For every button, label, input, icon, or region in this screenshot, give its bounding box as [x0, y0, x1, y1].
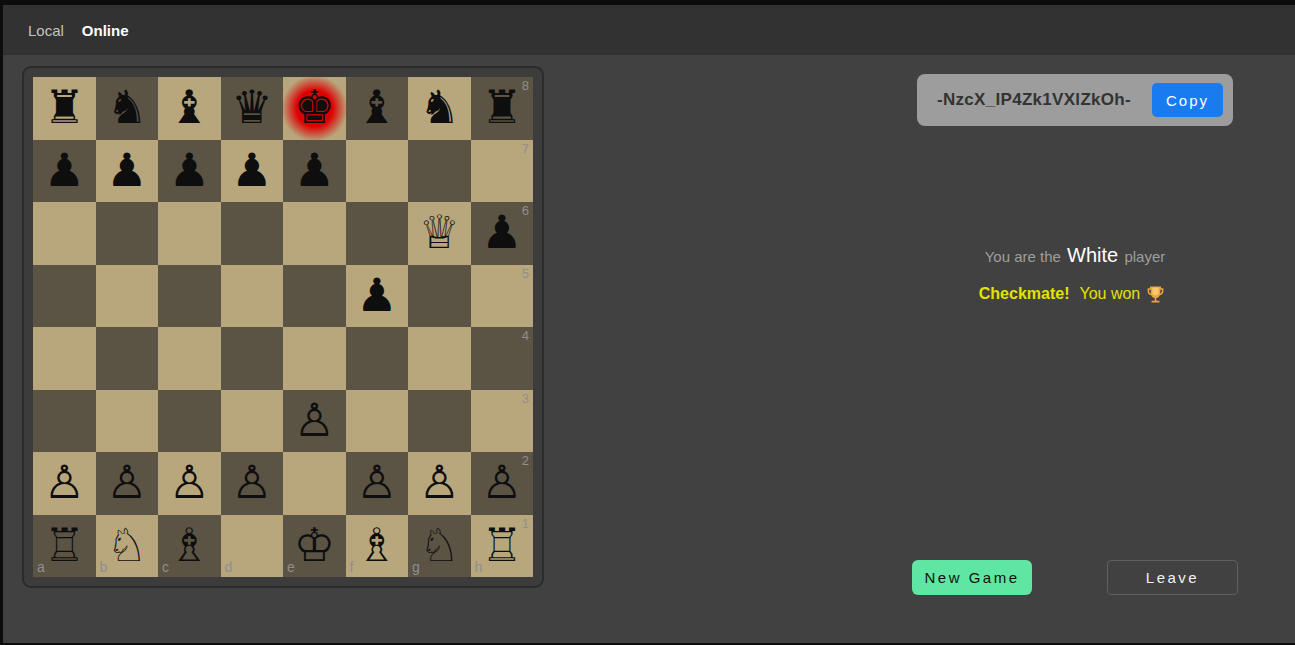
square-a4[interactable] — [33, 327, 96, 390]
white-pawn-c2[interactable]: ♙ — [169, 459, 210, 505]
black-pawn-d7[interactable]: ♟ — [231, 147, 272, 193]
player-color-name: White — [1067, 244, 1118, 266]
white-rook-a1[interactable]: ♖ — [44, 522, 85, 568]
player-line-prefix: You are the — [985, 248, 1061, 265]
square-c1[interactable]: ♗c — [158, 515, 221, 578]
white-knight-g1[interactable]: ♘ — [419, 522, 460, 568]
square-c2[interactable]: ♙ — [158, 452, 221, 515]
square-e4[interactable] — [283, 327, 346, 390]
rank-label-1: 1 — [522, 516, 529, 531]
white-pawn-a2[interactable]: ♙ — [44, 459, 85, 505]
white-pawn-b2[interactable]: ♙ — [106, 459, 147, 505]
square-c5[interactable] — [158, 265, 221, 328]
rank-label-2: 2 — [522, 453, 529, 468]
white-knight-b1[interactable]: ♘ — [106, 522, 147, 568]
white-king-e1[interactable]: ♔ — [294, 522, 335, 568]
file-label-h: h — [475, 559, 483, 575]
square-f2[interactable]: ♙ — [346, 452, 409, 515]
square-g1[interactable]: ♘g — [408, 515, 471, 578]
black-pawn-e7[interactable]: ♟ — [294, 147, 335, 193]
square-g6[interactable]: ♕ — [408, 202, 471, 265]
square-b6[interactable] — [96, 202, 159, 265]
square-c4[interactable] — [158, 327, 221, 390]
square-g4[interactable] — [408, 327, 471, 390]
square-h6[interactable]: ♟6 — [471, 202, 534, 265]
square-h3[interactable]: 3 — [471, 390, 534, 453]
status-message: You won — [1079, 285, 1140, 303]
square-e8[interactable]: ♚ — [283, 77, 346, 140]
white-pawn-h2[interactable]: ♙ — [481, 459, 522, 505]
square-e5[interactable] — [283, 265, 346, 328]
square-f5[interactable]: ♟ — [346, 265, 409, 328]
square-d6[interactable] — [221, 202, 284, 265]
square-d2[interactable]: ♙ — [221, 452, 284, 515]
square-b5[interactable] — [96, 265, 159, 328]
square-e6[interactable] — [283, 202, 346, 265]
square-a3[interactable] — [33, 390, 96, 453]
black-pawn-c7[interactable]: ♟ — [169, 147, 210, 193]
square-h5[interactable]: 5 — [471, 265, 534, 328]
square-d7[interactable]: ♟ — [221, 140, 284, 203]
square-c3[interactable] — [158, 390, 221, 453]
square-c8[interactable]: ♝ — [158, 77, 221, 140]
black-bishop-c8[interactable]: ♝ — [169, 84, 210, 130]
square-g5[interactable] — [408, 265, 471, 328]
square-e1[interactable]: ♔e — [283, 515, 346, 578]
square-b8[interactable]: ♞ — [96, 77, 159, 140]
player-line-suffix: player — [1124, 248, 1165, 265]
file-label-f: f — [350, 559, 354, 575]
black-knight-g8[interactable]: ♞ — [419, 84, 460, 130]
white-queen-g6[interactable]: ♕ — [419, 209, 460, 255]
file-label-c: c — [162, 559, 169, 575]
square-a2[interactable]: ♙ — [33, 452, 96, 515]
square-d1[interactable]: d — [221, 515, 284, 578]
black-rook-h8[interactable]: ♜ — [481, 84, 522, 130]
copy-button[interactable]: Copy — [1152, 83, 1223, 117]
file-label-d: d — [225, 559, 233, 575]
square-a5[interactable] — [33, 265, 96, 328]
square-d8[interactable]: ♛ — [221, 77, 284, 140]
tab-local[interactable]: Local — [28, 22, 64, 39]
square-c7[interactable]: ♟ — [158, 140, 221, 203]
black-knight-b8[interactable]: ♞ — [106, 84, 147, 130]
square-h7[interactable]: 7 — [471, 140, 534, 203]
black-bishop-f8[interactable]: ♝ — [356, 84, 397, 130]
square-g3[interactable] — [408, 390, 471, 453]
black-pawn-a7[interactable]: ♟ — [44, 147, 85, 193]
square-f7[interactable] — [346, 140, 409, 203]
square-f3[interactable] — [346, 390, 409, 453]
square-f4[interactable] — [346, 327, 409, 390]
square-a1[interactable]: ♖a — [33, 515, 96, 578]
rank-label-3: 3 — [522, 391, 529, 406]
square-b3[interactable] — [96, 390, 159, 453]
black-pawn-f5[interactable]: ♟ — [356, 272, 397, 318]
file-label-b: b — [100, 559, 108, 575]
square-d4[interactable] — [221, 327, 284, 390]
square-h1[interactable]: ♖1h — [471, 515, 534, 578]
square-a7[interactable]: ♟ — [33, 140, 96, 203]
square-d5[interactable] — [221, 265, 284, 328]
square-b1[interactable]: ♘b — [96, 515, 159, 578]
square-a6[interactable] — [33, 202, 96, 265]
black-king-e8[interactable]: ♚ — [294, 84, 335, 130]
app-background: Local Online ♜♞♝♛♚♝♞♜8♟♟♟♟♟7♕♟6♟54♙3♙♙♙♙… — [3, 5, 1295, 643]
square-d3[interactable] — [221, 390, 284, 453]
square-a8[interactable]: ♜ — [33, 77, 96, 140]
white-bishop-c1[interactable]: ♗ — [169, 522, 210, 568]
rank-label-7: 7 — [522, 141, 529, 156]
leave-button[interactable]: Leave — [1107, 560, 1238, 595]
square-g2[interactable]: ♙ — [408, 452, 471, 515]
rank-label-4: 4 — [522, 328, 529, 343]
square-f8[interactable]: ♝ — [346, 77, 409, 140]
white-rook-h1[interactable]: ♖ — [481, 522, 522, 568]
trophy-icon — [1146, 285, 1165, 304]
chess-board: ♜♞♝♛♚♝♞♜8♟♟♟♟♟7♕♟6♟54♙3♙♙♙♙♙♙♙2♖a♘b♗cd♔e… — [33, 77, 533, 577]
chess-board-frame: ♜♞♝♛♚♝♞♜8♟♟♟♟♟7♕♟6♟54♙3♙♙♙♙♙♙♙2♖a♘b♗cd♔e… — [22, 66, 544, 588]
rank-label-6: 6 — [522, 203, 529, 218]
square-h4[interactable]: 4 — [471, 327, 534, 390]
square-e3[interactable]: ♙ — [283, 390, 346, 453]
black-rook-a8[interactable]: ♜ — [44, 84, 85, 130]
file-label-a: a — [37, 559, 45, 575]
square-e7[interactable]: ♟ — [283, 140, 346, 203]
square-f6[interactable] — [346, 202, 409, 265]
tab-online[interactable]: Online — [82, 22, 129, 39]
rank-label-8: 8 — [522, 78, 529, 93]
black-pawn-b7[interactable]: ♟ — [106, 147, 147, 193]
black-queen-d8[interactable]: ♛ — [231, 84, 272, 130]
square-c6[interactable] — [158, 202, 221, 265]
white-pawn-e3[interactable]: ♙ — [294, 397, 335, 443]
file-label-e: e — [287, 559, 295, 575]
new-game-button[interactable]: New Game — [912, 560, 1032, 595]
square-h8[interactable]: ♜8 — [471, 77, 534, 140]
square-h2[interactable]: ♙2 — [471, 452, 534, 515]
square-g7[interactable] — [408, 140, 471, 203]
white-pawn-d2[interactable]: ♙ — [231, 459, 272, 505]
file-label-g: g — [412, 559, 420, 575]
game-code-box: -NzcX_IP4Zk1VXlZkOh- Copy — [917, 74, 1233, 126]
white-pawn-g2[interactable]: ♙ — [419, 459, 460, 505]
top-tab-bar: Local Online — [3, 5, 1295, 55]
square-e2[interactable] — [283, 452, 346, 515]
white-pawn-f2[interactable]: ♙ — [356, 459, 397, 505]
square-b2[interactable]: ♙ — [96, 452, 159, 515]
game-code-text: -NzcX_IP4Zk1VXlZkOh- — [937, 90, 1131, 110]
black-pawn-h6[interactable]: ♟ — [481, 209, 522, 255]
square-f1[interactable]: ♗f — [346, 515, 409, 578]
square-b4[interactable] — [96, 327, 159, 390]
player-color-line: You are the White player — [910, 244, 1240, 267]
square-g8[interactable]: ♞ — [408, 77, 471, 140]
rank-label-5: 5 — [522, 266, 529, 281]
status-headline: Checkmate! — [979, 285, 1070, 303]
white-bishop-f1[interactable]: ♗ — [356, 522, 397, 568]
game-status-line: Checkmate! You won — [907, 284, 1237, 303]
square-b7[interactable]: ♟ — [96, 140, 159, 203]
